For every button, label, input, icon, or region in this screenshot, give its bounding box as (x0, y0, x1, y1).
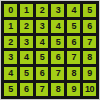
grid-cell-r4c3: 7 (51, 67, 64, 80)
grid-cell-r1c4: 5 (67, 20, 80, 33)
grid-cell-r4c0: 4 (4, 67, 17, 80)
grid-cell-r5c0: 5 (4, 83, 17, 96)
addition-table-frame: 0123451234562345673456784567895678910 (0, 0, 100, 100)
grid-cell-r5c1: 6 (20, 83, 33, 96)
grid-cell-r5c4: 9 (67, 83, 80, 96)
grid-cell-r1c3: 4 (51, 20, 64, 33)
grid-cell-r4c2: 6 (36, 67, 49, 80)
grid-cell-r3c5: 8 (83, 51, 96, 64)
grid-cell-r0c3: 3 (51, 4, 64, 17)
grid-cell-r0c2: 2 (36, 4, 49, 17)
grid-cell-r2c1: 3 (20, 36, 33, 49)
grid-cell-r5c5: 10 (83, 83, 96, 96)
grid-cell-r0c1: 1 (20, 4, 33, 17)
grid-cell-r3c3: 6 (51, 51, 64, 64)
grid-cell-r1c5: 6 (83, 20, 96, 33)
grid-cell-r3c0: 3 (4, 51, 17, 64)
grid-cell-r2c0: 2 (4, 36, 17, 49)
grid-cell-r2c2: 4 (36, 36, 49, 49)
grid-cell-r1c1: 2 (20, 20, 33, 33)
grid-cell-r4c1: 5 (20, 67, 33, 80)
grid-cell-r3c1: 4 (20, 51, 33, 64)
grid-cell-r2c4: 6 (67, 36, 80, 49)
grid-cell-r0c5: 5 (83, 4, 96, 17)
grid-cell-r5c2: 7 (36, 83, 49, 96)
grid-cell-r1c2: 3 (36, 20, 49, 33)
grid-cell-r3c4: 7 (67, 51, 80, 64)
grid-cell-r4c4: 8 (67, 67, 80, 80)
grid-cell-r0c0: 0 (4, 4, 17, 17)
grid-cell-r2c3: 5 (51, 36, 64, 49)
grid-cell-r1c0: 1 (4, 20, 17, 33)
grid-cell-r4c5: 9 (83, 67, 96, 80)
grid-cell-r5c3: 8 (51, 83, 64, 96)
grid-cell-r2c5: 7 (83, 36, 96, 49)
grid-cell-r3c2: 5 (36, 51, 49, 64)
addition-table-grid: 0123451234562345673456784567895678910 (1, 1, 99, 99)
grid-cell-r0c4: 4 (67, 4, 80, 17)
